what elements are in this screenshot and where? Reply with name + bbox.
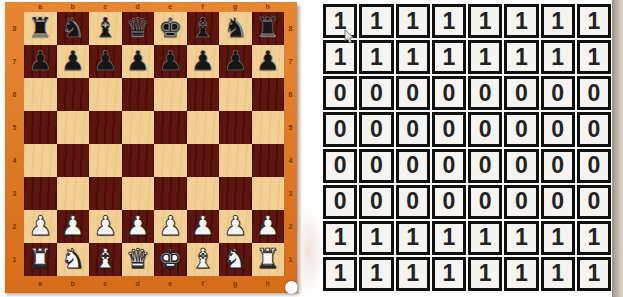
square-e4[interactable] bbox=[154, 144, 187, 177]
matrix-cell-7-3: 1 bbox=[432, 257, 466, 291]
square-e5[interactable] bbox=[154, 111, 187, 144]
matrix-cell-3-0: 0 bbox=[323, 112, 357, 146]
matrix-value: 1 bbox=[551, 226, 564, 249]
matrix-value: 0 bbox=[406, 154, 419, 177]
matrix-cell-4-0: 0 bbox=[323, 149, 357, 183]
black-rook: ♜ bbox=[256, 14, 280, 41]
square-b5[interactable] bbox=[57, 111, 90, 144]
file-label-top-d: d bbox=[122, 2, 155, 12]
square-b6[interactable] bbox=[57, 78, 90, 111]
square-c3[interactable] bbox=[89, 177, 122, 210]
matrix-value: 1 bbox=[479, 10, 492, 33]
matrix-cell-6-5: 1 bbox=[504, 221, 538, 255]
file-label-top-h: h bbox=[252, 2, 285, 12]
square-d5[interactable] bbox=[122, 111, 155, 144]
rank-labels-left: 87654321 bbox=[5, 12, 24, 276]
matrix-cell-3-6: 0 bbox=[541, 112, 575, 146]
matrix-cell-7-2: 1 bbox=[396, 257, 430, 291]
rank-label-left-5: 5 bbox=[5, 111, 24, 144]
matrix-value: 0 bbox=[479, 118, 492, 141]
matrix-cell-6-0: 1 bbox=[323, 221, 357, 255]
matrix-cell-5-0: 0 bbox=[323, 185, 357, 219]
matrix-cell-0-7: 1 bbox=[577, 4, 611, 38]
square-e8[interactable]: ♚ bbox=[154, 12, 187, 45]
matrix-cell-1-7: 1 bbox=[577, 40, 611, 74]
square-g4[interactable] bbox=[219, 144, 252, 177]
square-c5[interactable] bbox=[89, 111, 122, 144]
background-smudge bbox=[295, 208, 323, 294]
matrix-value: 0 bbox=[334, 154, 347, 177]
matrix-cell-3-2: 0 bbox=[396, 112, 430, 146]
matrix-value: 0 bbox=[406, 190, 419, 213]
slide-canvas: abcdefgh abcdefgh 87654321 87654321 ♜♞♝♛… bbox=[0, 0, 623, 297]
square-f7[interactable]: ♟ bbox=[187, 45, 220, 78]
matrix-cell-4-6: 0 bbox=[541, 149, 575, 183]
matrix-cell-2-6: 0 bbox=[541, 76, 575, 110]
matrix-cell-2-0: 0 bbox=[323, 76, 357, 110]
white-pawn: ♟ bbox=[28, 212, 52, 239]
square-f1[interactable]: ♝ bbox=[187, 243, 220, 276]
square-d3[interactable] bbox=[122, 177, 155, 210]
matrix-value: 0 bbox=[334, 82, 347, 105]
square-h7[interactable]: ♟ bbox=[252, 45, 285, 78]
white-pawn: ♟ bbox=[126, 212, 150, 239]
matrix-cell-0-2: 1 bbox=[396, 4, 430, 38]
black-queen: ♛ bbox=[126, 14, 150, 41]
square-e2[interactable]: ♟ bbox=[154, 210, 187, 243]
matrix-cell-1-6: 1 bbox=[541, 40, 575, 74]
matrix-value: 1 bbox=[479, 226, 492, 249]
file-label-top-e: e bbox=[154, 2, 187, 12]
square-h4[interactable] bbox=[252, 144, 285, 177]
file-label-top-f: f bbox=[187, 2, 220, 12]
matrix-value: 1 bbox=[515, 46, 528, 69]
square-e7[interactable]: ♟ bbox=[154, 45, 187, 78]
matrix-cell-7-5: 1 bbox=[504, 257, 538, 291]
matrix-cell-4-1: 0 bbox=[359, 149, 393, 183]
matrix-cell-1-5: 1 bbox=[504, 40, 538, 74]
file-label-bottom-a: a bbox=[24, 276, 57, 293]
matrix-cell-0-6: 1 bbox=[541, 4, 575, 38]
matrix-value: 0 bbox=[587, 118, 600, 141]
matrix-value: 0 bbox=[551, 190, 564, 213]
matrix-cell-1-3: 1 bbox=[432, 40, 466, 74]
matrix-cell-1-4: 1 bbox=[468, 40, 502, 74]
chess-board-panel: abcdefgh abcdefgh 87654321 87654321 ♜♞♝♛… bbox=[5, 2, 297, 293]
matrix-value: 1 bbox=[442, 262, 455, 285]
black-pawn: ♟ bbox=[126, 47, 150, 74]
matrix-cell-1-0: 1 bbox=[323, 40, 357, 74]
matrix-cell-2-2: 0 bbox=[396, 76, 430, 110]
square-g5[interactable] bbox=[219, 111, 252, 144]
file-label-bottom-c: c bbox=[89, 276, 122, 293]
matrix-cell-6-4: 1 bbox=[468, 221, 502, 255]
square-e6[interactable] bbox=[154, 78, 187, 111]
white-pawn: ♟ bbox=[158, 212, 182, 239]
matrix-value: 0 bbox=[551, 154, 564, 177]
file-label-top-g: g bbox=[219, 2, 252, 12]
matrix-cell-4-3: 0 bbox=[432, 149, 466, 183]
square-a4[interactable] bbox=[24, 144, 57, 177]
white-rook: ♜ bbox=[256, 245, 280, 272]
file-label-bottom-d: d bbox=[122, 276, 155, 293]
white-knight: ♞ bbox=[223, 245, 247, 272]
black-pawn: ♟ bbox=[93, 47, 117, 74]
matrix-cell-6-7: 1 bbox=[577, 221, 611, 255]
matrix-value: 1 bbox=[442, 46, 455, 69]
white-queen: ♛ bbox=[126, 245, 150, 272]
matrix-cell-3-7: 0 bbox=[577, 112, 611, 146]
square-b3[interactable] bbox=[57, 177, 90, 210]
square-a1[interactable]: ♜ bbox=[24, 243, 57, 276]
matrix-cell-7-7: 1 bbox=[577, 257, 611, 291]
matrix-cell-0-4: 1 bbox=[468, 4, 502, 38]
white-bishop: ♝ bbox=[93, 245, 117, 272]
matrix-value: 1 bbox=[551, 10, 564, 33]
square-h6[interactable] bbox=[252, 78, 285, 111]
chess-board: ♜♞♝♛♚♝♞♜♟♟♟♟♟♟♟♟♟♟♟♟♟♟♟♟♜♞♝♛♚♝♞♜ bbox=[24, 12, 284, 276]
black-knight: ♞ bbox=[223, 14, 247, 41]
matrix-cell-2-3: 0 bbox=[432, 76, 466, 110]
white-bishop: ♝ bbox=[191, 245, 215, 272]
matrix-value: 1 bbox=[551, 262, 564, 285]
matrix-cell-6-3: 1 bbox=[432, 221, 466, 255]
matrix-value: 0 bbox=[587, 190, 600, 213]
matrix-cell-0-3: 1 bbox=[432, 4, 466, 38]
matrix-cell-5-5: 0 bbox=[504, 185, 538, 219]
matrix-value: 0 bbox=[370, 154, 383, 177]
matrix-value: 1 bbox=[406, 226, 419, 249]
matrix-value: 0 bbox=[370, 82, 383, 105]
rank-label-right-3: 3 bbox=[284, 177, 297, 210]
square-b4[interactable] bbox=[57, 144, 90, 177]
black-knight: ♞ bbox=[61, 14, 85, 41]
black-pawn: ♟ bbox=[61, 47, 85, 74]
white-king: ♚ bbox=[158, 245, 182, 272]
matrix-value: 0 bbox=[334, 190, 347, 213]
matrix-cell-2-4: 0 bbox=[468, 76, 502, 110]
rank-label-left-6: 6 bbox=[5, 78, 24, 111]
square-a8[interactable]: ♜ bbox=[24, 12, 57, 45]
square-b2[interactable]: ♟ bbox=[57, 210, 90, 243]
square-a3[interactable] bbox=[24, 177, 57, 210]
file-labels-top: abcdefgh bbox=[24, 2, 284, 12]
square-g6[interactable] bbox=[219, 78, 252, 111]
square-d1[interactable]: ♛ bbox=[122, 243, 155, 276]
rank-label-right-8: 8 bbox=[284, 12, 297, 45]
matrix-cell-5-4: 0 bbox=[468, 185, 502, 219]
matrix-value: 1 bbox=[587, 226, 600, 249]
square-d8[interactable]: ♛ bbox=[122, 12, 155, 45]
square-h2[interactable]: ♟ bbox=[252, 210, 285, 243]
matrix-cell-7-4: 1 bbox=[468, 257, 502, 291]
matrix-cell-0-1: 1 bbox=[359, 4, 393, 38]
matrix-value: 0 bbox=[334, 118, 347, 141]
rank-label-left-3: 3 bbox=[5, 177, 24, 210]
file-label-bottom-b: b bbox=[57, 276, 90, 293]
matrix-value: 1 bbox=[442, 226, 455, 249]
matrix-value: 1 bbox=[370, 226, 383, 249]
square-h1[interactable]: ♜ bbox=[252, 243, 285, 276]
matrix-value: 1 bbox=[334, 262, 347, 285]
matrix-value: 0 bbox=[587, 154, 600, 177]
matrix-value: 1 bbox=[515, 10, 528, 33]
square-b7[interactable]: ♟ bbox=[57, 45, 90, 78]
matrix-cell-3-4: 0 bbox=[468, 112, 502, 146]
matrix-value: 1 bbox=[551, 46, 564, 69]
matrix-value: 0 bbox=[551, 82, 564, 105]
square-c2[interactable]: ♟ bbox=[89, 210, 122, 243]
rank-label-right-5: 5 bbox=[284, 111, 297, 144]
black-king: ♚ bbox=[158, 14, 182, 41]
rank-label-left-2: 2 bbox=[5, 210, 24, 243]
square-f6[interactable] bbox=[187, 78, 220, 111]
matrix-value: 1 bbox=[479, 46, 492, 69]
matrix-cell-3-5: 0 bbox=[504, 112, 538, 146]
black-pawn: ♟ bbox=[28, 47, 52, 74]
file-label-bottom-h: h bbox=[252, 276, 285, 293]
square-g2[interactable]: ♟ bbox=[219, 210, 252, 243]
rank-label-right-6: 6 bbox=[284, 78, 297, 111]
matrix-value: 1 bbox=[442, 10, 455, 33]
white-pawn: ♟ bbox=[256, 212, 280, 239]
rank-label-left-8: 8 bbox=[5, 12, 24, 45]
file-label-top-b: b bbox=[57, 2, 90, 12]
square-e1[interactable]: ♚ bbox=[154, 243, 187, 276]
square-d6[interactable] bbox=[122, 78, 155, 111]
square-c6[interactable] bbox=[89, 78, 122, 111]
square-f5[interactable] bbox=[187, 111, 220, 144]
matrix-value: 1 bbox=[334, 46, 347, 69]
square-h8[interactable]: ♜ bbox=[252, 12, 285, 45]
white-rook: ♜ bbox=[28, 245, 52, 272]
square-f2[interactable]: ♟ bbox=[187, 210, 220, 243]
right-edge-shadow bbox=[612, 0, 623, 297]
matrix-cell-5-6: 0 bbox=[541, 185, 575, 219]
square-d7[interactable]: ♟ bbox=[122, 45, 155, 78]
matrix-cell-6-6: 1 bbox=[541, 221, 575, 255]
square-g7[interactable]: ♟ bbox=[219, 45, 252, 78]
matrix-value: 0 bbox=[515, 82, 528, 105]
white-pawn: ♟ bbox=[191, 212, 215, 239]
matrix-value: 1 bbox=[370, 46, 383, 69]
white-knight: ♞ bbox=[61, 245, 85, 272]
square-d4[interactable] bbox=[122, 144, 155, 177]
matrix-value: 0 bbox=[551, 118, 564, 141]
square-g8[interactable]: ♞ bbox=[219, 12, 252, 45]
rank-label-left-1: 1 bbox=[5, 243, 24, 276]
file-label-top-c: c bbox=[89, 2, 122, 12]
square-c7[interactable]: ♟ bbox=[89, 45, 122, 78]
rank-label-right-7: 7 bbox=[284, 45, 297, 78]
matrix-cell-4-5: 0 bbox=[504, 149, 538, 183]
white-pawn: ♟ bbox=[223, 212, 247, 239]
matrix-value: 1 bbox=[515, 226, 528, 249]
matrix-value: 0 bbox=[370, 118, 383, 141]
square-a7[interactable]: ♟ bbox=[24, 45, 57, 78]
matrix-cell-5-2: 0 bbox=[396, 185, 430, 219]
matrix-value: 1 bbox=[406, 46, 419, 69]
matrix-value: 0 bbox=[479, 154, 492, 177]
matrix-value: 0 bbox=[587, 82, 600, 105]
square-b1[interactable]: ♞ bbox=[57, 243, 90, 276]
matrix-value: 1 bbox=[515, 262, 528, 285]
file-label-bottom-g: g bbox=[219, 276, 252, 293]
matrix-value: 0 bbox=[442, 82, 455, 105]
matrix-cell-0-5: 1 bbox=[504, 4, 538, 38]
matrix-cell-6-1: 1 bbox=[359, 221, 393, 255]
matrix-value: 1 bbox=[587, 46, 600, 69]
matrix-cell-7-0: 1 bbox=[323, 257, 357, 291]
matrix-value: 0 bbox=[406, 118, 419, 141]
matrix-value: 1 bbox=[587, 262, 600, 285]
matrix-value: 0 bbox=[406, 82, 419, 105]
square-g3[interactable] bbox=[219, 177, 252, 210]
file-labels-bottom: abcdefgh bbox=[24, 276, 284, 293]
matrix-cell-3-1: 0 bbox=[359, 112, 393, 146]
matrix-value: 0 bbox=[515, 190, 528, 213]
file-label-top-a: a bbox=[24, 2, 57, 12]
square-h3[interactable] bbox=[252, 177, 285, 210]
square-c4[interactable] bbox=[89, 144, 122, 177]
matrix-cell-2-1: 0 bbox=[359, 76, 393, 110]
mouse-cursor-icon bbox=[344, 29, 355, 45]
black-bishop: ♝ bbox=[93, 14, 117, 41]
black-rook: ♜ bbox=[28, 14, 52, 41]
matrix-value: 0 bbox=[515, 154, 528, 177]
matrix-value: 1 bbox=[587, 10, 600, 33]
black-pawn: ♟ bbox=[256, 47, 280, 74]
white-pawn: ♟ bbox=[93, 212, 117, 239]
rank-label-right-4: 4 bbox=[284, 144, 297, 177]
square-a5[interactable] bbox=[24, 111, 57, 144]
matrix-value: 1 bbox=[406, 262, 419, 285]
matrix-value: 1 bbox=[370, 262, 383, 285]
matrix-value: 0 bbox=[442, 118, 455, 141]
black-bishop: ♝ bbox=[191, 14, 215, 41]
matrix-cell-4-4: 0 bbox=[468, 149, 502, 183]
matrix-cell-2-5: 0 bbox=[504, 76, 538, 110]
square-f3[interactable] bbox=[187, 177, 220, 210]
matrix-cell-3-3: 0 bbox=[432, 112, 466, 146]
file-label-bottom-f: f bbox=[187, 276, 220, 293]
matrix-cell-7-1: 1 bbox=[359, 257, 393, 291]
matrix-cell-5-3: 0 bbox=[432, 185, 466, 219]
matrix-cell-2-7: 0 bbox=[577, 76, 611, 110]
matrix-cell-5-1: 0 bbox=[359, 185, 393, 219]
matrix-cell-4-2: 0 bbox=[396, 149, 430, 183]
matrix-cell-4-7: 0 bbox=[577, 149, 611, 183]
square-g1[interactable]: ♞ bbox=[219, 243, 252, 276]
square-c8[interactable]: ♝ bbox=[89, 12, 122, 45]
square-a2[interactable]: ♟ bbox=[24, 210, 57, 243]
matrix-value: 0 bbox=[479, 82, 492, 105]
matrix-value: 0 bbox=[515, 118, 528, 141]
square-b8[interactable]: ♞ bbox=[57, 12, 90, 45]
matrix-value: 1 bbox=[406, 10, 419, 33]
square-d2[interactable]: ♟ bbox=[122, 210, 155, 243]
rank-label-left-4: 4 bbox=[5, 144, 24, 177]
matrix-cell-1-1: 1 bbox=[359, 40, 393, 74]
matrix-cell-1-2: 1 bbox=[396, 40, 430, 74]
matrix-value: 1 bbox=[370, 10, 383, 33]
white-pawn: ♟ bbox=[61, 212, 85, 239]
matrix-value: 0 bbox=[479, 190, 492, 213]
square-f4[interactable] bbox=[187, 144, 220, 177]
matrix-value: 1 bbox=[334, 226, 347, 249]
black-pawn: ♟ bbox=[191, 47, 215, 74]
file-label-bottom-e: e bbox=[154, 276, 187, 293]
black-pawn: ♟ bbox=[223, 47, 247, 74]
square-a6[interactable] bbox=[24, 78, 57, 111]
matrix-value: 0 bbox=[442, 190, 455, 213]
matrix-value: 0 bbox=[442, 154, 455, 177]
matrix-cell-5-7: 0 bbox=[577, 185, 611, 219]
matrix-value: 1 bbox=[479, 262, 492, 285]
square-e3[interactable] bbox=[154, 177, 187, 210]
square-h5[interactable] bbox=[252, 111, 285, 144]
matrix-cell-7-6: 1 bbox=[541, 257, 575, 291]
matrix-value: 0 bbox=[370, 190, 383, 213]
matrix-cell-6-2: 1 bbox=[396, 221, 430, 255]
square-c1[interactable]: ♝ bbox=[89, 243, 122, 276]
square-f8[interactable]: ♝ bbox=[187, 12, 220, 45]
occupancy-matrix: 1111111111111111000000000000000000000000… bbox=[323, 4, 611, 291]
black-pawn: ♟ bbox=[158, 47, 182, 74]
rank-label-left-7: 7 bbox=[5, 45, 24, 78]
